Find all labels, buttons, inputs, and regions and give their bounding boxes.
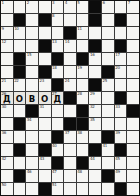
grid-cell[interactable] <box>64 14 76 26</box>
grid-cell[interactable] <box>127 157 139 169</box>
grid-cell[interactable]: 50 <box>1 183 13 195</box>
clue-number: 49 <box>115 170 120 174</box>
clue-number: 35 <box>90 118 95 122</box>
grid-cell[interactable]: 6 <box>102 1 114 13</box>
clue-number: 32 <box>90 105 95 109</box>
clue-number: 25 <box>103 79 108 83</box>
clue-number: 3 <box>52 1 54 5</box>
black-cell <box>89 1 101 13</box>
grid-cell[interactable]: 32 <box>89 105 101 117</box>
grid-cell[interactable] <box>127 14 139 26</box>
cell-letter: Д <box>52 92 64 104</box>
clue-number: 36 <box>2 131 7 135</box>
black-cell <box>26 105 38 117</box>
grid-cell[interactable]: 18 <box>52 66 64 78</box>
grid-cell[interactable]: 7 <box>127 1 139 13</box>
grid-cell[interactable] <box>89 66 101 78</box>
black-cell <box>102 170 114 182</box>
grid-cell[interactable]: 12 <box>1 40 13 52</box>
grid-cell[interactable] <box>52 105 64 117</box>
grid-cell[interactable]: 5 <box>77 1 89 13</box>
clue-number: 2 <box>27 1 29 5</box>
grid-cell[interactable]: 19 <box>77 66 89 78</box>
grid-cell[interactable] <box>127 66 139 78</box>
grid-cell[interactable] <box>115 27 127 39</box>
black-cell <box>115 144 127 156</box>
grid-cell[interactable]: 21 <box>1 79 13 91</box>
grid-cell[interactable] <box>64 183 76 195</box>
black-cell <box>39 14 51 26</box>
black-cell <box>77 157 89 169</box>
clue-number: 14 <box>65 40 70 44</box>
grid-cell[interactable]: 8 <box>52 14 64 26</box>
grid-cell[interactable] <box>102 183 114 195</box>
grid-cell[interactable] <box>102 105 114 117</box>
grid-cell[interactable] <box>127 92 139 104</box>
grid-cell[interactable] <box>39 27 51 39</box>
black-cell <box>115 14 127 26</box>
grid-cell[interactable]: 26Д <box>1 92 13 104</box>
grid-cell[interactable]: 27Д <box>52 92 64 104</box>
clue-number: 22 <box>14 79 19 83</box>
grid-cell[interactable] <box>102 157 114 169</box>
black-cell <box>14 144 26 156</box>
clue-number: 44 <box>90 157 95 161</box>
clue-number: 6 <box>103 1 105 5</box>
black-cell <box>64 92 76 104</box>
clue-number: 8 <box>52 14 54 18</box>
clue-number: 23 <box>39 79 44 83</box>
cell-letter: В <box>26 92 38 104</box>
clue-number: 10 <box>14 27 19 31</box>
grid-cell[interactable] <box>89 183 101 195</box>
black-cell <box>102 66 114 78</box>
grid-cell[interactable] <box>26 40 38 52</box>
black-cell <box>39 40 51 52</box>
clue-number: 31 <box>39 105 44 109</box>
black-cell <box>14 170 26 182</box>
grid-cell[interactable] <box>77 144 89 156</box>
grid-cell[interactable]: 1 <box>1 1 13 13</box>
grid-cell[interactable] <box>77 183 89 195</box>
grid-cell[interactable] <box>52 27 64 39</box>
grid-cell[interactable] <box>1 53 13 65</box>
clue-number: 16 <box>90 53 95 57</box>
grid-cell[interactable]: 14 <box>64 40 76 52</box>
black-cell <box>89 40 101 52</box>
black-cell <box>89 144 101 156</box>
grid-cell[interactable] <box>102 118 114 130</box>
grid-cell[interactable] <box>64 144 76 156</box>
grid-cell[interactable] <box>1 144 13 156</box>
grid-cell[interactable]: 30 <box>1 105 13 117</box>
black-cell <box>102 131 114 143</box>
black-cell <box>127 105 139 117</box>
clue-number: 40 <box>52 144 57 148</box>
grid-cell[interactable] <box>127 170 139 182</box>
grid-cell[interactable] <box>52 118 64 130</box>
grid-cell[interactable] <box>26 183 38 195</box>
grid-cell[interactable] <box>39 170 51 182</box>
grid-cell[interactable]: 49 <box>115 170 127 182</box>
grid-cell[interactable] <box>14 1 26 13</box>
grid-cell[interactable] <box>14 183 26 195</box>
grid-cell[interactable] <box>102 14 114 26</box>
grid-cell[interactable] <box>89 131 101 143</box>
black-cell <box>14 14 26 26</box>
grid-cell[interactable] <box>127 27 139 39</box>
black-cell <box>89 79 101 91</box>
grid-cell[interactable]: 48 <box>77 170 89 182</box>
black-cell <box>14 53 26 65</box>
grid-cell[interactable]: 37 <box>64 131 76 143</box>
grid-cell[interactable] <box>64 170 76 182</box>
grid-cell[interactable] <box>39 1 51 13</box>
grid-cell[interactable] <box>14 157 26 169</box>
black-cell <box>77 105 89 117</box>
clue-number: 30 <box>2 105 7 109</box>
black-cell <box>115 183 127 195</box>
clue-number: 33 <box>115 105 120 109</box>
grid-cell[interactable]: 22 <box>14 79 26 91</box>
black-cell <box>39 183 51 195</box>
black-cell <box>77 118 89 130</box>
crossword-grid: 1234567891011121314151617181920212223242… <box>0 0 140 196</box>
clue-number: 51 <box>52 183 57 187</box>
clue-number: 46 <box>27 170 32 174</box>
clue-number: 15 <box>27 53 32 57</box>
grid-cell[interactable]: 40 <box>52 144 64 156</box>
grid-cell[interactable]: 3 <box>52 1 64 13</box>
grid-cell[interactable]: 23 <box>39 79 51 91</box>
grid-cell[interactable]: 41 <box>102 144 114 156</box>
black-cell <box>39 66 51 78</box>
grid-cell[interactable]: 24 <box>64 79 76 91</box>
black-cell <box>89 14 101 26</box>
clue-number: 20 <box>115 66 120 70</box>
black-cell <box>52 53 64 65</box>
clue-number: 28 <box>77 92 82 96</box>
grid-cell[interactable] <box>89 170 101 182</box>
clue-number: 29 <box>90 92 95 96</box>
grid-cell[interactable] <box>26 66 38 78</box>
clue-number: 12 <box>2 40 7 44</box>
clue-number: 39 <box>115 131 120 135</box>
grid-cell[interactable]: 43 <box>39 157 51 169</box>
grid-cell[interactable] <box>89 27 101 39</box>
grid-cell[interactable]: 15 <box>26 53 38 65</box>
grid-cell[interactable] <box>127 144 139 156</box>
grid-cell[interactable] <box>127 53 139 65</box>
grid-cell[interactable]: О <box>14 92 26 104</box>
grid-cell[interactable]: 16 <box>89 53 101 65</box>
grid-cell[interactable]: 44 <box>89 157 101 169</box>
grid-cell[interactable]: 36 <box>1 131 13 143</box>
grid-cell[interactable]: 45 <box>115 157 127 169</box>
grid-cell[interactable] <box>26 14 38 26</box>
grid-cell[interactable] <box>102 40 114 52</box>
black-cell <box>115 92 127 104</box>
grid-cell[interactable] <box>127 131 139 143</box>
grid-cell[interactable]: 25 <box>102 79 114 91</box>
cell-letter: О <box>39 92 51 104</box>
clue-number: 9 <box>2 27 4 31</box>
grid-cell[interactable] <box>39 118 51 130</box>
grid-cell[interactable]: 20 <box>115 66 127 78</box>
clue-number: 50 <box>2 183 7 187</box>
grid-cell[interactable] <box>26 27 38 39</box>
grid-cell[interactable]: 34 <box>26 118 38 130</box>
clue-number: 11 <box>77 27 82 31</box>
grid-cell[interactable] <box>64 66 76 78</box>
clue-number: 43 <box>39 157 44 161</box>
grid-cell[interactable]: 2 <box>26 1 38 13</box>
grid-cell[interactable]: В <box>26 92 38 104</box>
grid-cell[interactable]: О <box>39 92 51 104</box>
clue-number: 34 <box>27 118 32 122</box>
grid-cell[interactable] <box>1 14 13 26</box>
black-cell <box>115 40 127 52</box>
grid-cell[interactable] <box>1 170 13 182</box>
grid-cell[interactable]: 28 <box>77 92 89 104</box>
black-cell <box>52 79 64 91</box>
grid-cell[interactable] <box>127 40 139 52</box>
grid-cell[interactable] <box>115 1 127 13</box>
grid-cell[interactable] <box>115 118 127 130</box>
grid-cell[interactable] <box>39 131 51 143</box>
black-cell <box>39 144 51 156</box>
clue-number: 4 <box>65 1 67 5</box>
grid-cell[interactable]: 31 <box>39 105 51 117</box>
grid-cell[interactable] <box>26 157 38 169</box>
grid-cell[interactable]: 11 <box>77 27 89 39</box>
clue-number: 41 <box>103 144 108 148</box>
grid-cell[interactable]: 47 <box>52 170 64 182</box>
black-cell <box>64 118 76 130</box>
black-cell <box>77 53 89 65</box>
clue-number: 47 <box>52 170 57 174</box>
grid-cell[interactable]: 42 <box>1 157 13 169</box>
black-cell <box>14 66 26 78</box>
grid-cell[interactable]: 29 <box>89 92 101 104</box>
grid-cell[interactable] <box>14 131 26 143</box>
cell-letter: О <box>14 92 26 104</box>
grid-cell[interactable]: 4 <box>64 1 76 13</box>
black-cell <box>64 27 76 39</box>
clue-number: 38 <box>77 131 82 135</box>
grid-cell[interactable] <box>14 40 26 52</box>
grid-cell[interactable]: 13 <box>52 40 64 52</box>
grid-cell[interactable]: 46 <box>26 170 38 182</box>
grid-cell[interactable] <box>64 53 76 65</box>
black-cell <box>14 118 26 130</box>
grid-cell[interactable] <box>39 53 51 65</box>
grid-cell[interactable] <box>1 118 13 130</box>
grid-cell[interactable] <box>127 183 139 195</box>
grid-cell[interactable] <box>26 131 38 143</box>
grid-cell[interactable] <box>14 105 26 117</box>
clue-number: 17 <box>115 53 120 57</box>
grid-cell[interactable] <box>102 92 114 104</box>
clue-number: 45 <box>115 157 120 161</box>
grid-cell[interactable]: 10 <box>14 27 26 39</box>
clue-number: 42 <box>2 157 7 161</box>
clue-number: 21 <box>2 79 7 83</box>
grid-cell[interactable] <box>26 144 38 156</box>
grid-cell[interactable]: 51 <box>52 183 64 195</box>
grid-cell[interactable] <box>77 40 89 52</box>
grid-cell[interactable] <box>64 105 76 117</box>
grid-cell[interactable] <box>115 79 127 91</box>
clue-number: 37 <box>65 131 70 135</box>
clue-number: 19 <box>77 66 82 70</box>
grid-cell[interactable]: 35 <box>89 118 101 130</box>
grid-cell[interactable]: 17 <box>115 53 127 65</box>
clue-number: 1 <box>2 1 4 5</box>
black-cell <box>52 157 64 169</box>
grid-cell[interactable]: 39 <box>115 131 127 143</box>
grid-cell[interactable] <box>77 14 89 26</box>
clue-number: 18 <box>52 66 57 70</box>
clue-number: 48 <box>77 170 82 174</box>
grid-cell[interactable] <box>102 27 114 39</box>
grid-cell[interactable] <box>102 53 114 65</box>
grid-cell[interactable]: 38 <box>77 131 89 143</box>
grid-cell[interactable] <box>26 79 38 91</box>
clue-number: 13 <box>52 40 57 44</box>
clue-number: 7 <box>128 1 130 5</box>
clue-number: 24 <box>65 79 70 83</box>
grid-cell[interactable] <box>77 79 89 91</box>
grid-cell[interactable] <box>64 157 76 169</box>
grid-cell[interactable] <box>1 66 13 78</box>
grid-cell[interactable]: 9 <box>1 27 13 39</box>
grid-cell[interactable] <box>127 79 139 91</box>
grid-cell[interactable] <box>127 118 139 130</box>
black-cell <box>52 131 64 143</box>
clue-number: 5 <box>77 1 79 5</box>
grid-cell[interactable]: 33 <box>115 105 127 117</box>
cell-letter: Д <box>1 92 13 104</box>
